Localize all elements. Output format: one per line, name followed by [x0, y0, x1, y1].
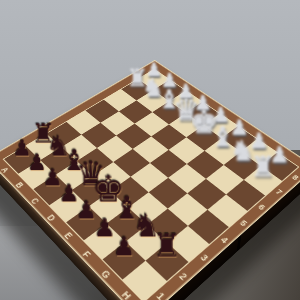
chess-board: ABCDEFGH 12345678 ♟♟♟♟♟♟♟♟♜♞♝♛♚♝♞♜♜♞♝♛♚♝… — [0, 60, 300, 300]
piece-silver-rook-h7: ♜ — [249, 135, 276, 180]
piece-dark-rook-h2: ♜ — [152, 210, 182, 261]
chess-set-photo: ABCDEFGH 12345678 ♟♟♟♟♟♟♟♟♜♞♝♛♚♝♞♜♜♞♝♛♚♝… — [0, 0, 300, 300]
scene: ABCDEFGH 12345678 ♟♟♟♟♟♟♟♟♜♞♝♛♚♝♞♜♜♞♝♛♚♝… — [0, 0, 300, 300]
piece-dark-pawn-g1: ♟ — [109, 209, 139, 260]
